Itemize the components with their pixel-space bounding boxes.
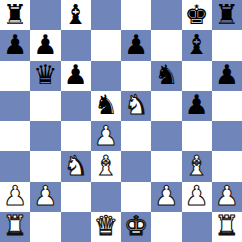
piece-black-pawn[interactable]: ♟: [33, 31, 57, 58]
square-a3[interactable]: [0, 151, 30, 181]
piece-black-pawn[interactable]: ♟: [124, 31, 148, 58]
square-d2[interactable]: [91, 182, 121, 212]
square-g3[interactable]: ♝: [182, 151, 212, 181]
piece-white-queen[interactable]: ♛: [94, 212, 118, 239]
square-b4[interactable]: [30, 121, 60, 151]
square-d6[interactable]: [91, 61, 121, 91]
piece-white-bishop[interactable]: ♝: [94, 152, 118, 179]
piece-white-pawn[interactable]: ♟: [154, 182, 178, 209]
piece-white-pawn[interactable]: ♟: [94, 122, 118, 149]
piece-white-pawn[interactable]: ♟: [215, 182, 239, 209]
square-c3[interactable]: ♞: [61, 151, 91, 181]
piece-black-pawn[interactable]: ♟: [64, 61, 88, 88]
piece-white-pawn[interactable]: ♟: [33, 182, 57, 209]
square-h6[interactable]: ♟: [212, 61, 242, 91]
square-a2[interactable]: ♟: [0, 182, 30, 212]
square-g6[interactable]: [182, 61, 212, 91]
square-f2[interactable]: ♟: [151, 182, 181, 212]
square-h2[interactable]: ♟: [212, 182, 242, 212]
piece-black-rook[interactable]: ♜: [3, 1, 27, 28]
square-c6[interactable]: ♟: [61, 61, 91, 91]
square-c1[interactable]: [61, 212, 91, 242]
square-e1[interactable]: ♚: [121, 212, 151, 242]
square-c8[interactable]: ♝: [61, 0, 91, 30]
square-g7[interactable]: ♝: [182, 30, 212, 60]
piece-white-pawn[interactable]: ♟: [3, 182, 27, 209]
piece-black-rook[interactable]: ♜: [215, 1, 239, 28]
square-e5[interactable]: ♞: [121, 91, 151, 121]
piece-black-king[interactable]: ♚: [185, 1, 209, 28]
square-a8[interactable]: ♜: [0, 0, 30, 30]
piece-white-king[interactable]: ♚: [124, 212, 148, 239]
square-e2[interactable]: [121, 182, 151, 212]
square-f6[interactable]: ♞: [151, 61, 181, 91]
square-e8[interactable]: [121, 0, 151, 30]
chess-board: ♜♝♚♜♟♟♟♝♛♟♞♟♞♞♟♟♞♝♝♟♟♟♟♟♜♛♚♜: [0, 0, 242, 242]
square-f4[interactable]: [151, 121, 181, 151]
piece-black-knight[interactable]: ♞: [94, 91, 118, 118]
square-c7[interactable]: [61, 30, 91, 60]
square-a5[interactable]: [0, 91, 30, 121]
piece-black-pawn[interactable]: ♟: [185, 91, 209, 118]
square-d5[interactable]: ♞: [91, 91, 121, 121]
square-g1[interactable]: [182, 212, 212, 242]
square-h7[interactable]: [212, 30, 242, 60]
square-f1[interactable]: [151, 212, 181, 242]
piece-white-rook[interactable]: ♜: [3, 212, 27, 239]
square-g5[interactable]: ♟: [182, 91, 212, 121]
square-c4[interactable]: [61, 121, 91, 151]
square-d4[interactable]: ♟: [91, 121, 121, 151]
square-b5[interactable]: [30, 91, 60, 121]
piece-black-pawn[interactable]: ♟: [3, 31, 27, 58]
square-b8[interactable]: [30, 0, 60, 30]
square-c2[interactable]: [61, 182, 91, 212]
square-b7[interactable]: ♟: [30, 30, 60, 60]
square-a1[interactable]: ♜: [0, 212, 30, 242]
square-d8[interactable]: [91, 0, 121, 30]
square-g4[interactable]: [182, 121, 212, 151]
square-h8[interactable]: ♜: [212, 0, 242, 30]
piece-white-knight[interactable]: ♞: [124, 91, 148, 118]
square-d1[interactable]: ♛: [91, 212, 121, 242]
square-h1[interactable]: ♜: [212, 212, 242, 242]
piece-black-bishop[interactable]: ♝: [64, 1, 88, 28]
square-f8[interactable]: [151, 0, 181, 30]
square-f3[interactable]: [151, 151, 181, 181]
piece-white-knight[interactable]: ♞: [64, 152, 88, 179]
piece-white-bishop[interactable]: ♝: [185, 152, 209, 179]
square-h3[interactable]: [212, 151, 242, 181]
square-e3[interactable]: [121, 151, 151, 181]
square-b3[interactable]: [30, 151, 60, 181]
square-c5[interactable]: [61, 91, 91, 121]
piece-black-knight[interactable]: ♞: [154, 61, 178, 88]
square-d7[interactable]: [91, 30, 121, 60]
square-e6[interactable]: [121, 61, 151, 91]
square-b6[interactable]: ♛: [30, 61, 60, 91]
square-a6[interactable]: [0, 61, 30, 91]
square-f7[interactable]: [151, 30, 181, 60]
piece-white-pawn[interactable]: ♟: [185, 182, 209, 209]
square-a7[interactable]: ♟: [0, 30, 30, 60]
square-g2[interactable]: ♟: [182, 182, 212, 212]
piece-white-rook[interactable]: ♜: [215, 212, 239, 239]
piece-black-bishop[interactable]: ♝: [185, 31, 209, 58]
piece-black-queen[interactable]: ♛: [33, 61, 57, 88]
square-f5[interactable]: [151, 91, 181, 121]
square-e4[interactable]: [121, 121, 151, 151]
square-b1[interactable]: [30, 212, 60, 242]
square-b2[interactable]: ♟: [30, 182, 60, 212]
square-g8[interactable]: ♚: [182, 0, 212, 30]
piece-black-pawn[interactable]: ♟: [215, 61, 239, 88]
square-d3[interactable]: ♝: [91, 151, 121, 181]
square-e7[interactable]: ♟: [121, 30, 151, 60]
square-h5[interactable]: [212, 91, 242, 121]
square-a4[interactable]: [0, 121, 30, 151]
square-h4[interactable]: [212, 121, 242, 151]
